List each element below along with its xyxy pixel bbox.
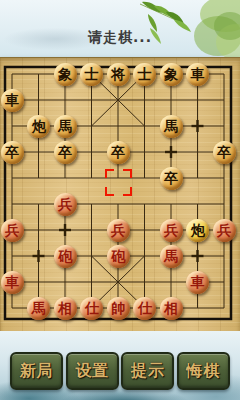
piece-black-士[interactable]: 士 xyxy=(133,63,156,86)
piece-black-炮[interactable]: 炮 xyxy=(27,115,50,138)
piece-red-兵[interactable]: 兵 xyxy=(160,219,183,242)
board-grid: 象士将士象車車炮馬馬卒卒卒卒卒炮兵兵兵兵兵砲砲馬車車馬相仕帥仕相 xyxy=(0,61,238,321)
last-move-marker xyxy=(105,169,132,196)
settings-button[interactable]: 设置 xyxy=(66,352,119,390)
piece-red-兵[interactable]: 兵 xyxy=(107,219,130,242)
piece-red-兵[interactable]: 兵 xyxy=(213,219,236,242)
status-text: 请走棋... xyxy=(0,29,240,47)
footer: 新局 设置 提示 悔棋 xyxy=(0,331,240,400)
undo-button[interactable]: 悔棋 xyxy=(177,352,230,390)
header: 请走棋... xyxy=(0,0,240,57)
xiangqi-board[interactable]: 象士将士象車車炮馬馬卒卒卒卒卒炮兵兵兵兵兵砲砲馬車車馬相仕帥仕相 xyxy=(0,57,240,334)
piece-black-卒[interactable]: 卒 xyxy=(107,141,130,164)
piece-black-炮[interactable]: 炮 xyxy=(186,219,209,242)
piece-black-士[interactable]: 士 xyxy=(80,63,103,86)
new-game-button[interactable]: 新局 xyxy=(10,352,63,390)
piece-black-卒[interactable]: 卒 xyxy=(213,141,236,164)
piece-red-馬[interactable]: 馬 xyxy=(27,297,50,320)
piece-red-砲[interactable]: 砲 xyxy=(54,245,77,268)
hint-button[interactable]: 提示 xyxy=(121,352,174,390)
app-screen: 请走棋... xyxy=(0,0,240,400)
piece-red-仕[interactable]: 仕 xyxy=(80,297,103,320)
piece-black-車[interactable]: 車 xyxy=(1,89,24,112)
piece-black-馬[interactable]: 馬 xyxy=(160,115,183,138)
piece-black-象[interactable]: 象 xyxy=(54,63,77,86)
piece-black-将[interactable]: 将 xyxy=(107,63,130,86)
piece-red-仕[interactable]: 仕 xyxy=(133,297,156,320)
piece-red-馬[interactable]: 馬 xyxy=(160,245,183,268)
piece-red-兵[interactable]: 兵 xyxy=(54,193,77,216)
piece-red-砲[interactable]: 砲 xyxy=(107,245,130,268)
piece-red-相[interactable]: 相 xyxy=(160,297,183,320)
piece-red-相[interactable]: 相 xyxy=(54,297,77,320)
piece-black-卒[interactable]: 卒 xyxy=(54,141,77,164)
piece-black-車[interactable]: 車 xyxy=(186,63,209,86)
piece-red-帥[interactable]: 帥 xyxy=(107,297,130,320)
piece-black-卒[interactable]: 卒 xyxy=(1,141,24,164)
piece-red-車[interactable]: 車 xyxy=(1,271,24,294)
piece-black-象[interactable]: 象 xyxy=(160,63,183,86)
piece-black-馬[interactable]: 馬 xyxy=(54,115,77,138)
piece-black-卒[interactable]: 卒 xyxy=(160,167,183,190)
piece-red-車[interactable]: 車 xyxy=(186,271,209,294)
piece-red-兵[interactable]: 兵 xyxy=(1,219,24,242)
button-row: 新局 设置 提示 悔棋 xyxy=(0,352,240,390)
